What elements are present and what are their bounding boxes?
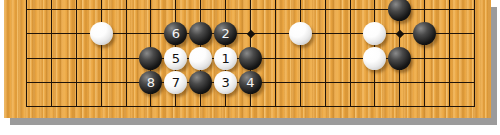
star-point-Q4	[395, 29, 403, 37]
grid-line-vertical	[101, 0, 102, 107]
star-point-K4	[246, 29, 254, 37]
stone-black-J4: 2	[214, 22, 237, 45]
stone-black-G4: 6	[164, 22, 187, 45]
grid-line-vertical	[76, 0, 77, 107]
stone-white-J2: 3	[214, 71, 237, 94]
stone-black-Q3	[388, 47, 411, 70]
grid-line-vertical	[449, 0, 450, 107]
stone-white-M4	[289, 22, 312, 45]
grid-line-vertical	[300, 0, 301, 107]
grid-line-vertical	[474, 0, 475, 107]
grid-line-vertical	[424, 0, 425, 107]
stone-black-K3	[239, 47, 262, 70]
stone-white-G3: 5	[164, 47, 187, 70]
grid-line-vertical	[275, 0, 276, 107]
stone-white-J3: 1	[214, 47, 237, 70]
stone-black-H2	[189, 71, 212, 94]
stone-white-P4	[363, 22, 386, 45]
stone-black-F2: 8	[139, 71, 162, 94]
stone-black-F3	[139, 47, 162, 70]
stone-white-P3	[363, 47, 386, 70]
grid-line-vertical	[26, 0, 27, 107]
stone-black-R4	[413, 22, 436, 45]
grid-line-horizontal	[26, 106, 475, 107]
grid-line-vertical	[325, 0, 326, 107]
stone-white-D4	[90, 22, 113, 45]
grid-line-vertical	[126, 0, 127, 107]
stone-white-G2: 7	[164, 71, 187, 94]
stone-black-K2: 4	[239, 71, 262, 94]
go-board: 62518734	[4, 0, 491, 118]
grid-line-vertical	[51, 0, 52, 107]
stone-white-H3	[189, 47, 212, 70]
stone-black-H4	[189, 22, 212, 45]
go-diagram: 62518734	[0, 0, 500, 135]
grid-line-vertical	[350, 0, 351, 107]
stone-black-Q5	[388, 0, 411, 21]
